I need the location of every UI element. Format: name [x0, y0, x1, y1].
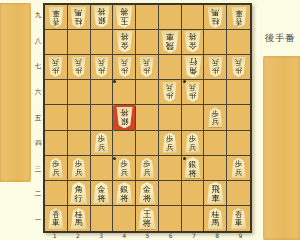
- piece-kanji: 桂: [211, 16, 219, 25]
- board-cell[interactable]: 香車: [45, 5, 68, 30]
- board-cell[interactable]: 歩兵: [182, 131, 205, 156]
- piece-gote-silver[interactable]: 銀将: [184, 157, 201, 179]
- piece-gote-pawn[interactable]: 歩兵: [117, 158, 132, 178]
- board-cell[interactable]: 歩兵: [204, 55, 227, 80]
- board-cell[interactable]: 歩兵: [45, 156, 68, 181]
- piece-kanji: 将: [189, 32, 197, 41]
- piece-gote-lance[interactable]: 香車: [231, 208, 247, 229]
- piece-kanji: 歩: [143, 66, 151, 74]
- board-cell[interactable]: 歩兵: [91, 131, 114, 156]
- piece-kanji: 将: [97, 7, 105, 16]
- piece-gote-pawn[interactable]: 歩兵: [185, 133, 200, 153]
- piece-kanji: 兵: [143, 169, 151, 177]
- piece-sente-pawn[interactable]: 歩兵: [139, 57, 154, 77]
- board-cell[interactable]: [113, 80, 136, 105]
- board-cell[interactable]: [45, 80, 68, 105]
- file-label: 4: [113, 232, 136, 240]
- piece-kanji: 金: [120, 41, 128, 50]
- komadai-sente-tray: [0, 3, 31, 182]
- piece-sente-knight[interactable]: 桂馬: [207, 7, 224, 28]
- piece-sente-pawn[interactable]: 歩兵: [208, 57, 223, 77]
- board-cell[interactable]: 歩兵: [113, 156, 136, 181]
- piece-kanji: 車: [235, 7, 243, 16]
- piece-kanji: 角: [188, 66, 196, 75]
- board-cell[interactable]: 飛車: [204, 181, 227, 206]
- komadai-gote-tray: [263, 56, 300, 240]
- rank-label: 四: [33, 131, 43, 157]
- board-cell[interactable]: 歩兵: [45, 55, 68, 80]
- board-cell[interactable]: [182, 5, 205, 30]
- board-cell[interactable]: [136, 80, 159, 105]
- piece-kanji: 歩: [212, 66, 220, 74]
- board-cell[interactable]: 角行: [182, 55, 205, 80]
- board-cell[interactable]: 歩兵: [159, 131, 182, 156]
- board-cell[interactable]: [68, 105, 91, 130]
- board-cell[interactable]: [136, 105, 159, 130]
- piece-sente-pawn[interactable]: 歩兵: [71, 57, 86, 77]
- piece-kanji: 香: [235, 16, 243, 25]
- board-cell[interactable]: [227, 30, 250, 55]
- board-cell[interactable]: [227, 80, 250, 105]
- piece-kanji: 兵: [189, 144, 197, 152]
- piece-kanji: 兵: [52, 169, 60, 177]
- piece-kanji: 兵: [235, 169, 243, 177]
- file-label: 1: [43, 232, 66, 240]
- piece-kanji: 将: [97, 194, 105, 203]
- piece-kanji: 歩: [75, 66, 83, 74]
- piece-kanji: 兵: [212, 58, 220, 66]
- rank-label: 三: [33, 156, 43, 182]
- board-cell[interactable]: 歩兵: [227, 55, 250, 80]
- piece-kanji: 将: [143, 194, 151, 203]
- board-cell[interactable]: [159, 181, 182, 206]
- piece-kanji: 車: [52, 7, 60, 16]
- piece-gote-king[interactable]: 王将: [138, 207, 156, 229]
- board-cell[interactable]: [136, 131, 159, 156]
- piece-kanji: 将: [143, 219, 151, 228]
- piece-gote-pawn[interactable]: 歩兵: [162, 133, 177, 153]
- board-cell[interactable]: [91, 156, 114, 181]
- hoshi-dot: [183, 80, 186, 83]
- piece-gote-lance[interactable]: 香車: [48, 208, 64, 229]
- board-cell[interactable]: [91, 206, 114, 231]
- board-cell[interactable]: [68, 80, 91, 105]
- rank-label: 六: [33, 80, 43, 106]
- board-cell[interactable]: [204, 30, 227, 55]
- piece-sente-gold[interactable]: 金将: [184, 31, 201, 53]
- board-cell[interactable]: [91, 30, 114, 55]
- piece-kanji: 歩: [120, 66, 128, 74]
- board-cell[interactable]: 歩兵: [136, 55, 159, 80]
- piece-sente-silver[interactable]: 銀将: [93, 6, 110, 28]
- piece-kanji: 将: [120, 32, 128, 41]
- board-cell[interactable]: 飛車: [159, 30, 182, 55]
- piece-gote-gold[interactable]: 金将: [138, 182, 155, 204]
- file-label: 8: [206, 232, 229, 240]
- piece-kanji: 兵: [166, 144, 174, 152]
- piece-kanji: 歩: [98, 66, 106, 74]
- piece-sente-gold[interactable]: 金将: [116, 31, 133, 53]
- piece-gote-knight[interactable]: 桂馬: [207, 208, 224, 229]
- piece-kanji: 銀: [97, 16, 105, 25]
- file-label: 6: [159, 232, 182, 240]
- board-cell[interactable]: [159, 105, 182, 130]
- piece-kanji: 兵: [120, 169, 128, 177]
- board-cell[interactable]: 香車: [227, 206, 250, 231]
- board-cell[interactable]: 角行: [68, 181, 91, 206]
- piece-gote-gold[interactable]: 金将: [93, 182, 110, 204]
- piece-kanji: 玉: [120, 16, 128, 25]
- board-cell[interactable]: 玉将: [113, 5, 136, 30]
- piece-kanji: 馬: [75, 219, 83, 228]
- piece-kanji: 車: [211, 194, 219, 203]
- piece-kanji: 馬: [211, 7, 219, 16]
- rank-label: 七: [33, 54, 43, 80]
- rank-label: 九: [33, 3, 43, 29]
- file-label: 9: [229, 232, 252, 240]
- piece-kanji: 馬: [75, 7, 83, 16]
- piece-kanji: 兵: [52, 58, 60, 66]
- piece-kanji: 将: [189, 169, 197, 178]
- board-cell[interactable]: [227, 181, 250, 206]
- board-cell[interactable]: 歩兵: [136, 156, 159, 181]
- piece-kanji: 兵: [143, 58, 151, 66]
- board-cell[interactable]: [45, 105, 68, 130]
- board-cell[interactable]: [45, 131, 68, 156]
- board-cell[interactable]: [182, 181, 205, 206]
- piece-kanji: 桂: [75, 16, 83, 25]
- board-cell[interactable]: 桂馬: [68, 5, 91, 30]
- piece-gote-pawn[interactable]: 歩兵: [139, 158, 154, 178]
- piece-sente-pawn[interactable]: 歩兵: [185, 82, 200, 102]
- piece-sente-lance[interactable]: 香車: [48, 7, 64, 28]
- piece-sente-bishop[interactable]: 角行: [184, 56, 202, 78]
- board-cell[interactable]: [159, 55, 182, 80]
- piece-gote-pawn[interactable]: 歩兵: [208, 107, 223, 127]
- piece-sente-rook[interactable]: 飛車: [161, 31, 179, 53]
- piece-sente-pawn[interactable]: 歩兵: [48, 57, 63, 77]
- piece-kanji: 金: [189, 41, 197, 50]
- rank-label: 八: [33, 29, 43, 55]
- piece-kanji: 兵: [212, 118, 220, 126]
- piece-kanji: 将: [120, 107, 128, 116]
- piece-sente-pawn[interactable]: 歩兵: [162, 82, 177, 102]
- board-cell[interactable]: [45, 181, 68, 206]
- piece-kanji: 兵: [189, 83, 197, 91]
- piece-sente-pawn[interactable]: 歩兵: [117, 57, 132, 77]
- piece-gote-pawn[interactable]: 歩兵: [94, 133, 109, 153]
- piece-kanji: 歩: [189, 91, 197, 99]
- board-cell[interactable]: 歩兵: [91, 55, 114, 80]
- rank-label: 五: [33, 105, 43, 131]
- piece-gote-pawn[interactable]: 歩兵: [71, 158, 86, 178]
- file-label: 2: [66, 232, 89, 240]
- piece-kanji: 兵: [235, 58, 243, 66]
- piece-kanji: 歩: [235, 66, 243, 74]
- board-cell[interactable]: [182, 105, 205, 130]
- board-cell[interactable]: [159, 206, 182, 231]
- board-cell[interactable]: 金将: [182, 30, 205, 55]
- board-cell[interactable]: [68, 30, 91, 55]
- piece-gote-pawn[interactable]: 歩兵: [231, 158, 246, 178]
- board-cell[interactable]: 歩兵: [159, 80, 182, 105]
- piece-kanji: 金: [143, 185, 151, 194]
- board-cell[interactable]: [204, 131, 227, 156]
- board-cell[interactable]: 歩兵: [182, 80, 205, 105]
- piece-kanji: 飛: [166, 41, 174, 50]
- piece-gote-knight[interactable]: 桂馬: [70, 208, 87, 229]
- board-cell[interactable]: 歩兵: [113, 55, 136, 80]
- piece-sente-lance[interactable]: 香車: [231, 7, 247, 28]
- board-cell[interactable]: [68, 131, 91, 156]
- piece-kanji: 兵: [166, 83, 174, 91]
- piece-kanji: 将: [120, 194, 128, 203]
- piece-kanji: 兵: [120, 58, 128, 66]
- file-labels: 123456789: [43, 232, 252, 240]
- shogi-app-screen: 後手番 九八七六五四三二一 香車桂馬銀将玉将桂馬香車金将飛車金将歩兵歩兵歩兵歩兵…: [0, 0, 300, 240]
- board-cell[interactable]: [136, 5, 159, 30]
- piece-gote-silver[interactable]: 銀将: [116, 182, 133, 204]
- board-cell[interactable]: [45, 30, 68, 55]
- board-cell[interactable]: 香車: [45, 206, 68, 231]
- piece-kanji: 行: [74, 194, 82, 203]
- board-cell[interactable]: [159, 5, 182, 30]
- board-cell[interactable]: [159, 156, 182, 181]
- piece-kanji: 銀: [120, 116, 128, 125]
- board-cell[interactable]: [113, 131, 136, 156]
- piece-sente-pawn[interactable]: 歩兵: [231, 57, 246, 77]
- board-cell[interactable]: [204, 80, 227, 105]
- piece-kanji: 車: [52, 219, 60, 228]
- file-label: 5: [136, 232, 159, 240]
- board-cell[interactable]: 桂馬: [68, 206, 91, 231]
- piece-gote-pawn[interactable]: 歩兵: [48, 158, 63, 178]
- board-cell[interactable]: 金将: [113, 30, 136, 55]
- piece-kanji: 銀: [189, 160, 197, 169]
- shogi-board: 香車桂馬銀将玉将桂馬香車金将飛車金将歩兵歩兵歩兵歩兵歩兵角行歩兵歩兵歩兵歩兵銀将…: [43, 3, 252, 233]
- piece-kanji: 兵: [98, 144, 106, 152]
- board-cell[interactable]: [227, 105, 250, 130]
- board-cell[interactable]: 金将: [136, 181, 159, 206]
- piece-kanji: 馬: [211, 219, 219, 228]
- turn-indicator: 後手番: [260, 32, 300, 45]
- rank-label: 二: [33, 182, 43, 208]
- piece-kanji: 銀: [120, 185, 128, 194]
- piece-sente-silver[interactable]: 銀将: [116, 107, 133, 129]
- board-cell[interactable]: 歩兵: [68, 156, 91, 181]
- board-cell[interactable]: 金将: [91, 181, 114, 206]
- board-cell[interactable]: [204, 156, 227, 181]
- hoshi-dot: [113, 157, 116, 160]
- piece-kanji: 将: [120, 7, 128, 16]
- board-cell[interactable]: 香車: [227, 5, 250, 30]
- piece-kanji: 香: [52, 16, 60, 25]
- piece-kanji: 行: [188, 57, 196, 66]
- piece-gote-rook[interactable]: 飛車: [206, 182, 224, 204]
- board-cell[interactable]: 桂馬: [204, 5, 227, 30]
- piece-kanji: 歩: [166, 91, 174, 99]
- piece-gote-bishop[interactable]: 角行: [70, 182, 88, 204]
- piece-sente-pawn[interactable]: 歩兵: [94, 57, 109, 77]
- board-cell[interactable]: 歩兵: [68, 55, 91, 80]
- file-label: 3: [89, 232, 112, 240]
- board-cell[interactable]: [227, 131, 250, 156]
- rank-labels: 九八七六五四三二一: [33, 3, 43, 233]
- board-cell[interactable]: [113, 206, 136, 231]
- board-cell[interactable]: 銀将: [113, 105, 136, 130]
- hoshi-dot: [183, 157, 186, 160]
- piece-kanji: 兵: [75, 169, 83, 177]
- piece-kanji: 兵: [98, 58, 106, 66]
- board-cell[interactable]: 銀将: [91, 5, 114, 30]
- piece-kanji: 車: [166, 32, 174, 41]
- piece-kanji: 兵: [75, 58, 83, 66]
- rank-label: 一: [33, 208, 43, 234]
- piece-sente-knight[interactable]: 桂馬: [70, 7, 87, 28]
- piece-kanji: 車: [235, 219, 243, 228]
- board-cell[interactable]: [182, 206, 205, 231]
- board-cell[interactable]: 銀将: [113, 181, 136, 206]
- board-cell[interactable]: 歩兵: [227, 156, 250, 181]
- piece-sente-king[interactable]: 玉将: [115, 6, 133, 28]
- board-cell[interactable]: [136, 30, 159, 55]
- board-cell[interactable]: 歩兵: [204, 105, 227, 130]
- board-cell[interactable]: 桂馬: [204, 206, 227, 231]
- file-label: 7: [182, 232, 205, 240]
- piece-kanji: 歩: [52, 66, 60, 74]
- piece-kanji: 金: [97, 185, 105, 194]
- board-cell[interactable]: [91, 80, 114, 105]
- board-cell[interactable]: 王将: [136, 206, 159, 231]
- board-cell[interactable]: [91, 105, 114, 130]
